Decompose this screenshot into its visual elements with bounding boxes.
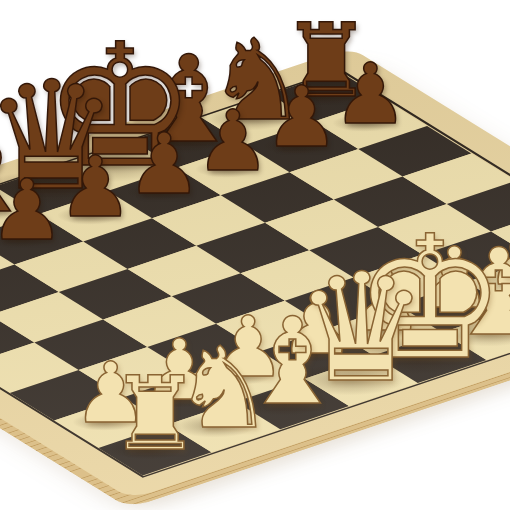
- chess-board: [0, 47, 510, 499]
- chess-set-photo: ♜♞♟♝♟♚♟♛♟♝♟♞♟♜♟♟♟♟♜♟♞♟♝♟♚♟♛♟♝♟♞♜: [0, 0, 510, 510]
